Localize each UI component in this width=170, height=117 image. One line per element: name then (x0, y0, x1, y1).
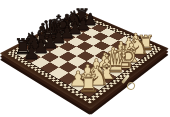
chess-set-photo: ♜♞♝♛♚♝♞♜♟♟♟♟♟♟♟♟♟♟♟♟♟♟♟♟♜♞♝♛♚♝♞♜ (0, 0, 170, 117)
chess-board (0, 11, 169, 109)
brass-clasp-ring-icon (126, 81, 136, 91)
